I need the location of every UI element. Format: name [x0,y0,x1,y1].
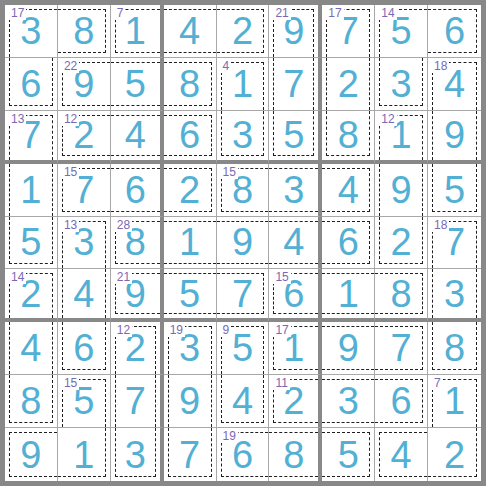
cell-digit: 5 [164,269,216,318]
cell-r4c2[interactable]: 157 [58,164,111,217]
cage-sum-label: 9 [221,323,232,337]
cell-r1c8[interactable]: 145 [375,5,428,58]
cell-digit: 8 [164,58,216,110]
cage-sum-label: 15 [221,165,238,179]
cell-r5c6[interactable]: 4 [269,217,322,270]
cell-digit: 2 [164,164,216,216]
cage-sum-label: 12 [379,112,396,126]
cell-digit: 8 [322,111,374,160]
cell-r4c7[interactable]: 4 [322,164,375,217]
cell-digit: 6 [164,111,216,160]
cell-r5c7[interactable]: 6 [322,217,375,270]
cell-r9c6[interactable]: 8 [269,428,322,481]
cell-digit: 9 [322,322,374,374]
cell-digit: 6 [375,375,427,427]
cell-r2c5[interactable]: 41 [217,58,270,111]
cell-r7c6[interactable]: 171 [269,322,322,375]
cell-r1c1[interactable]: 173 [5,5,58,58]
cage-sum-label: 4 [221,59,232,73]
cell-r4c8[interactable]: 9 [375,164,428,217]
cell-r6c6[interactable]: 156 [269,269,322,322]
cell-r4c9[interactable]: 5 [428,164,481,217]
cell-r6c2[interactable]: 4 [58,269,111,322]
cage-sum-label: 17 [9,6,26,20]
cell-digit: 5 [5,217,57,269]
cell-r2c7[interactable]: 2 [322,58,375,111]
cell-r3c3[interactable]: 4 [111,111,164,164]
cell-r6c3[interactable]: 219 [111,269,164,322]
cell-r7c5[interactable]: 95 [217,322,270,375]
cell-r6c4[interactable]: 5 [164,269,217,322]
cage-sum-label: 15 [62,165,79,179]
cell-digit: 3 [375,58,427,110]
cell-r5c2[interactable]: 133 [58,217,111,270]
cell-r7c7[interactable]: 9 [322,322,375,375]
cell-digit: 4 [217,375,269,427]
cage-sum-label: 15 [273,270,290,284]
cell-digit: 9 [428,111,481,160]
cell-r8c8[interactable]: 6 [375,375,428,428]
cage-sum-label: 28 [115,218,132,232]
killer-sudoku-board: 1738714221917714566229584172318413712246… [0,0,486,486]
cell-r5c4[interactable]: 1 [164,217,217,270]
cell-digit: 5 [322,428,374,481]
cell-digit: 5 [111,58,160,110]
cell-r6c1[interactable]: 142 [5,269,58,322]
cell-digit: 3 [269,164,318,216]
cage-sum-label: 18 [432,218,449,232]
cell-r4c4[interactable]: 2 [164,164,217,217]
cell-r5c5[interactable]: 9 [217,217,270,270]
cage-sum-label: 12 [62,112,79,126]
cage-sum-label: 13 [9,112,26,126]
cell-digit: 7 [111,375,160,427]
cell-r3c1[interactable]: 137 [5,111,58,164]
cell-r8c5[interactable]: 4 [217,375,270,428]
cell-r2c1[interactable]: 6 [5,58,58,111]
cell-digit: 3 [322,375,374,427]
cell-r7c4[interactable]: 193 [164,322,217,375]
cell-digit: 7 [375,322,427,374]
cell-digit: 1 [322,269,374,318]
cell-r8c2[interactable]: 155 [58,375,111,428]
cell-digit: 6 [428,5,481,57]
cell-digit: 2 [217,5,269,57]
cell-digit: 7 [269,58,318,110]
cell-r1c4[interactable]: 4 [164,5,217,58]
cell-digit: 2 [428,428,481,481]
cell-r5c1[interactable]: 5 [5,217,58,270]
cell-digit: 4 [375,428,427,481]
cell-r5c9[interactable]: 187 [428,217,481,270]
cell-r1c7[interactable]: 177 [322,5,375,58]
cell-r9c9[interactable]: 2 [428,428,481,481]
cage-sum-label: 12 [115,323,132,337]
cell-digit: 3 [111,428,160,481]
cell-digit: 6 [5,58,57,110]
cell-digit: 2 [322,58,374,110]
cell-digit: 8 [5,375,57,427]
cell-r6c9[interactable]: 3 [428,269,481,322]
cage-sum-label: 14 [379,6,396,20]
cell-r5c8[interactable]: 2 [375,217,428,270]
cage-sum-label: 7 [115,6,126,20]
cell-r9c4[interactable]: 7 [164,428,217,481]
cell-r9c3[interactable]: 3 [111,428,164,481]
cell-r4c1[interactable]: 1 [5,164,58,217]
cell-r7c8[interactable]: 7 [375,322,428,375]
cell-digit: 4 [322,164,374,216]
cell-r9c5[interactable]: 196 [217,428,270,481]
cage-sum-label: 14 [9,270,26,284]
cell-digit: 6 [322,217,374,269]
cell-r3c2[interactable]: 122 [58,111,111,164]
cell-r2c3[interactable]: 5 [111,58,164,111]
cell-digit: 8 [375,269,427,318]
cell-r7c3[interactable]: 122 [111,322,164,375]
cell-digit: 9 [375,164,427,216]
cell-r2c8[interactable]: 3 [375,58,428,111]
cell-digit: 8 [269,428,318,481]
cell-digit: 5 [428,164,481,216]
cell-r8c7[interactable]: 3 [322,375,375,428]
cell-r1c6[interactable]: 219 [269,5,322,58]
cell-r3c8[interactable]: 121 [375,111,428,164]
cell-r9c8[interactable]: 4 [375,428,428,481]
cell-r9c2[interactable]: 1 [58,428,111,481]
cell-r1c2[interactable]: 8 [58,5,111,58]
cell-r4c3[interactable]: 6 [111,164,164,217]
cell-digit: 7 [164,428,216,481]
cage-sum-label: 13 [62,218,79,232]
cell-r6c5[interactable]: 7 [217,269,270,322]
cell-r7c1[interactable]: 4 [5,322,58,375]
cell-digit: 6 [111,164,160,216]
cell-r7c9[interactable]: 8 [428,322,481,375]
cell-r3c9[interactable]: 9 [428,111,481,164]
cell-r2c4[interactable]: 8 [164,58,217,111]
cell-r8c4[interactable]: 9 [164,375,217,428]
cage-sum-label: 15 [62,376,79,390]
cell-digit: 8 [428,322,481,374]
cell-digit: 1 [164,217,216,269]
cell-r6c8[interactable]: 8 [375,269,428,322]
cage-sum-label: 17 [326,6,343,20]
cell-r4c5[interactable]: 158 [217,164,270,217]
cell-r2c6[interactable]: 7 [269,58,322,111]
cell-r2c9[interactable]: 184 [428,58,481,111]
cell-digit: 6 [58,322,110,374]
cage-sum-label: 19 [168,323,185,337]
cell-digit: 4 [269,217,318,269]
cell-digit: 7 [217,269,269,318]
cell-r8c3[interactable]: 7 [111,375,164,428]
cage-sum-label: 11 [273,376,289,390]
cage-sum-label: 17 [273,323,290,337]
cell-digit: 1 [58,428,110,481]
cell-r3c4[interactable]: 6 [164,111,217,164]
cell-r9c1[interactable]: 9 [5,428,58,481]
cell-digit: 4 [164,5,216,57]
cell-digit: 8 [58,5,110,57]
cell-r1c3[interactable]: 71 [111,5,164,58]
cell-digit: 4 [111,111,160,160]
cell-digit: 3 [217,111,269,160]
cell-r1c5[interactable]: 2 [217,5,270,58]
cell-r3c5[interactable]: 3 [217,111,270,164]
cell-digit: 1 [5,164,57,216]
cell-digit: 9 [5,428,57,481]
cage-sum-label: 21 [115,270,132,284]
cell-r3c7[interactable]: 8 [322,111,375,164]
cell-r7c2[interactable]: 6 [58,322,111,375]
cell-r4c6[interactable]: 3 [269,164,322,217]
cell-digit: 4 [58,269,110,318]
cage-sum-label: 18 [432,59,449,73]
cell-r2c2[interactable]: 229 [58,58,111,111]
cell-digit: 4 [5,322,57,374]
cell-r8c1[interactable]: 8 [5,375,58,428]
cell-r1c9[interactable]: 6 [428,5,481,58]
cell-r3c6[interactable]: 5 [269,111,322,164]
cell-r8c9[interactable]: 71 [428,375,481,428]
cell-digit: 5 [269,111,318,160]
cell-r9c7[interactable]: 5 [322,428,375,481]
cell-r6c7[interactable]: 1 [322,269,375,322]
cell-digit: 3 [428,269,481,318]
cell-r8c6[interactable]: 112 [269,375,322,428]
cage-sum-label: 7 [432,376,443,390]
cage-sum-label: 21 [273,6,290,20]
cage-sum-label: 22 [62,59,79,73]
cell-digit: 2 [375,217,427,269]
cage-sum-label: 19 [221,429,238,443]
cell-r5c3[interactable]: 288 [111,217,164,270]
cell-digit: 9 [164,375,216,427]
cell-digit: 9 [217,217,269,269]
